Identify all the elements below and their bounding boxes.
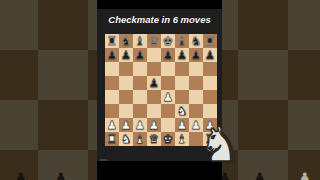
square-b2[interactable]: ♟ [119,118,133,132]
white-knight[interactable]: ♞ [121,133,132,145]
pawn-silhouette: ♟ [50,170,72,180]
square-d5[interactable]: ♟ [147,76,161,90]
square-b3[interactable] [119,104,133,118]
black-pawn[interactable]: ♟ [191,49,202,61]
top-letterbox-bar [97,0,222,9]
square-b8[interactable]: ♞ [119,34,133,48]
square-h7[interactable]: ♟ [203,48,217,62]
pawn-silhouette: ♟ [10,170,32,180]
square-c5[interactable] [133,76,147,90]
white-king[interactable]: ♚ [163,133,174,145]
square-f5[interactable] [175,76,189,90]
white-pawn[interactable]: ♟ [121,119,132,131]
square-f3[interactable]: ♞ [175,104,189,118]
white-pawn[interactable]: ♟ [149,119,160,131]
square-f2[interactable]: ♟ [175,118,189,132]
square-e5[interactable] [161,76,175,90]
white-rook[interactable]: ♜ [107,133,118,145]
square-b6[interactable] [119,62,133,76]
square-f6[interactable] [175,62,189,76]
square-g7[interactable]: ♟ [189,48,203,62]
square-a8[interactable]: ♜ [105,34,119,48]
square-d6[interactable] [147,62,161,76]
black-pawn[interactable]: ♟ [135,49,146,61]
puzzle-title: Checkmate in 6 moves [97,14,222,25]
square-d3[interactable] [147,104,161,118]
white-pawn[interactable]: ♟ [107,119,118,131]
square-d7[interactable] [147,48,161,62]
black-pawn[interactable]: ♟ [163,49,174,61]
square-h8[interactable]: ♜ [203,34,217,48]
square-d1[interactable]: ♛ [147,132,161,146]
square-h4[interactable] [203,90,217,104]
square-f8[interactable]: ♝ [175,34,189,48]
black-pawn[interactable]: ♟ [149,77,160,89]
square-b4[interactable] [119,90,133,104]
square-c4[interactable] [133,90,147,104]
black-rook[interactable]: ♜ [107,35,118,47]
square-c8[interactable]: ♝ [133,34,147,48]
square-a5[interactable] [105,76,119,90]
black-rook[interactable]: ♜ [205,35,216,47]
square-a4[interactable] [105,90,119,104]
square-d8[interactable]: ♛ [147,34,161,48]
white-pawn[interactable]: ♟ [135,119,146,131]
square-c3[interactable] [133,104,147,118]
white-bishop[interactable]: ♝ [177,133,188,145]
square-h5[interactable] [203,76,217,90]
white-queen[interactable]: ♛ [149,133,160,145]
square-b7[interactable]: ♟ [119,48,133,62]
square-e3[interactable] [161,104,175,118]
square-e1[interactable]: ♚ [161,132,175,146]
black-knight[interactable]: ♞ [121,35,132,47]
square-g4[interactable] [189,90,203,104]
square-c2[interactable]: ♟ [133,118,147,132]
square-d4[interactable] [147,90,161,104]
square-c6[interactable] [133,62,147,76]
video-frame: ♟♟♟♟♟ Checkmate in 6 moves ♜♞♝♛♚♝♞♜♟♟♟♟♟… [0,0,320,180]
black-knight[interactable]: ♞ [191,35,202,47]
square-a3[interactable] [105,104,119,118]
black-pawn[interactable]: ♟ [177,49,188,61]
square-e4[interactable]: ♟ [161,90,175,104]
square-c1[interactable]: ♝ [133,132,147,146]
square-a6[interactable] [105,62,119,76]
black-bishop[interactable]: ♝ [135,35,146,47]
square-g5[interactable] [189,76,203,90]
square-e8[interactable]: ♚ [161,34,175,48]
white-pawn[interactable]: ♟ [163,91,174,103]
square-f4[interactable] [175,90,189,104]
knight-logo-icon: ♞ [199,120,242,168]
square-b1[interactable]: ♞ [119,132,133,146]
pawn-silhouette: ♟ [294,170,316,180]
white-knight[interactable]: ♞ [177,105,188,117]
square-e7[interactable]: ♟ [161,48,175,62]
square-g6[interactable] [189,62,203,76]
square-a1[interactable]: ♜ [105,132,119,146]
square-e6[interactable] [161,62,175,76]
square-d2[interactable]: ♟ [147,118,161,132]
black-pawn[interactable]: ♟ [107,49,118,61]
black-pawn[interactable]: ♟ [205,49,216,61]
black-pawn[interactable]: ♟ [121,49,132,61]
black-queen[interactable]: ♛ [149,35,160,47]
black-king[interactable]: ♚ [163,35,174,47]
white-pawn[interactable]: ♟ [177,119,188,131]
square-a7[interactable]: ♟ [105,48,119,62]
square-c7[interactable]: ♟ [133,48,147,62]
square-e2[interactable] [161,118,175,132]
square-h6[interactable] [203,62,217,76]
white-bishop[interactable]: ♝ [135,133,146,145]
square-g8[interactable]: ♞ [189,34,203,48]
pawn-silhouette: ♟ [249,170,271,180]
square-b5[interactable] [119,76,133,90]
black-bishop[interactable]: ♝ [177,35,188,47]
square-f1[interactable]: ♝ [175,132,189,146]
square-f7[interactable]: ♟ [175,48,189,62]
square-a2[interactable]: ♟ [105,118,119,132]
